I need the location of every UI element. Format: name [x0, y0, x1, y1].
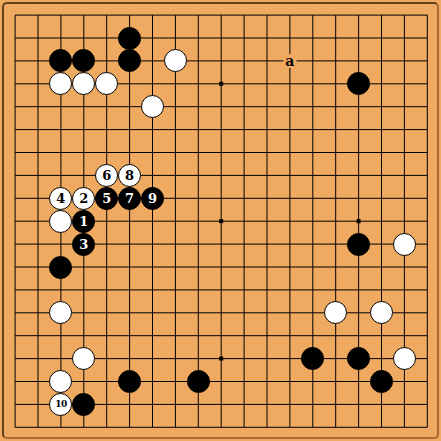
- black-stone: [118, 27, 141, 50]
- point-label-a: a: [283, 54, 296, 68]
- white-stone: 2: [72, 187, 95, 210]
- star-point: [357, 219, 361, 223]
- black-stone: 9: [141, 187, 164, 210]
- black-stone: [347, 233, 370, 256]
- white-stone: [393, 233, 416, 256]
- move-number: 2: [79, 191, 88, 204]
- move-number: 7: [125, 191, 134, 204]
- black-stone: 5: [95, 187, 118, 210]
- white-stone: [49, 210, 72, 233]
- move-number: 6: [102, 168, 111, 181]
- move-number: 3: [79, 237, 88, 250]
- white-stone: 6: [95, 164, 118, 187]
- white-stone: 8: [118, 164, 141, 187]
- black-stone: 1: [72, 210, 95, 233]
- move-number: 8: [125, 168, 134, 181]
- black-stone: [49, 256, 72, 279]
- black-stone: 7: [118, 187, 141, 210]
- black-stone: 3: [72, 233, 95, 256]
- move-number: 1: [79, 214, 88, 227]
- move-number: 5: [102, 191, 111, 204]
- move-number: 9: [148, 191, 157, 204]
- star-point: [219, 82, 223, 86]
- black-stone: [370, 370, 393, 393]
- star-point: [219, 219, 223, 223]
- page: { "game": "go", "diagram_style": "sensei…: [0, 0, 441, 441]
- white-stone: [393, 347, 416, 370]
- black-stone: [118, 370, 141, 393]
- black-stone: [187, 370, 210, 393]
- move-number: 10: [55, 399, 67, 408]
- star-point: [219, 357, 223, 361]
- move-number: 4: [56, 191, 65, 204]
- go-board: 68425791310 a: [0, 0, 441, 441]
